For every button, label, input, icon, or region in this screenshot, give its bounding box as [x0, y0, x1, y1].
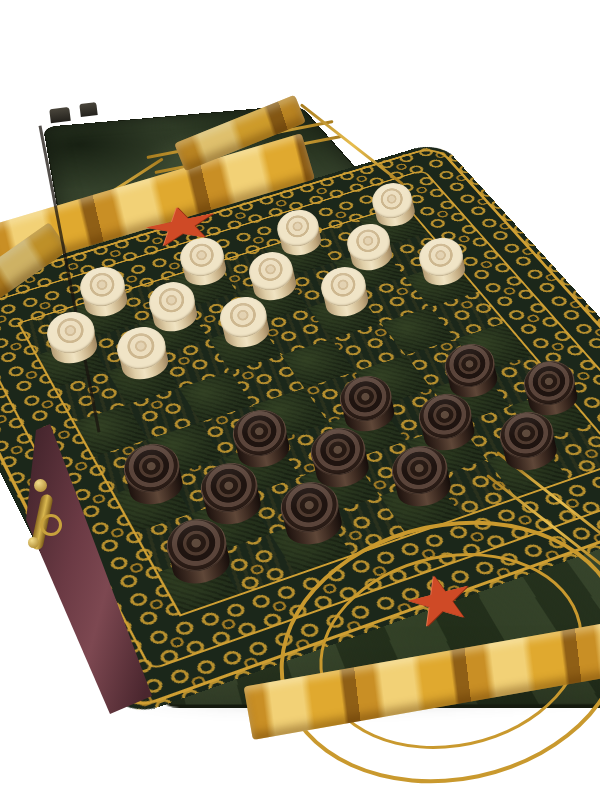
- photo-backdrop: ★ ★: [0, 0, 600, 800]
- piece-light[interactable]: [415, 233, 468, 288]
- pieces-layer: [0, 0, 600, 800]
- piece-dark[interactable]: [119, 438, 187, 509]
